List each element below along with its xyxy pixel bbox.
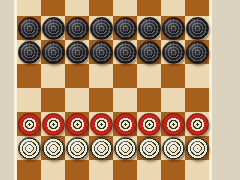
board-square-r5c3[interactable]	[89, 112, 113, 136]
light-piece-red-rim[interactable]	[162, 113, 185, 136]
board-square-r4c0[interactable]	[17, 88, 41, 112]
board-square-r7c1[interactable]	[41, 160, 65, 180]
board-square-r0c1[interactable]	[41, 0, 65, 16]
board-square-r5c1[interactable]	[41, 112, 65, 136]
board-square-r2c4[interactable]	[113, 40, 137, 64]
board-square-r4c7[interactable]	[185, 88, 209, 112]
board-square-r1c0[interactable]	[17, 16, 41, 40]
dark-piece[interactable]	[114, 41, 137, 64]
board-square-r6c7[interactable]	[185, 136, 209, 160]
light-piece[interactable]	[138, 137, 161, 160]
board-square-r1c6[interactable]	[161, 16, 185, 40]
dark-piece[interactable]	[186, 17, 209, 40]
light-piece-red-rim[interactable]	[138, 113, 161, 136]
board-square-r0c7[interactable]	[185, 0, 209, 16]
dark-piece[interactable]	[162, 17, 185, 40]
board-square-r3c0[interactable]	[17, 64, 41, 88]
board-square-r3c2[interactable]	[65, 64, 89, 88]
game-screen	[0, 0, 240, 180]
board-square-r7c4[interactable]	[113, 160, 137, 180]
board-square-r0c0[interactable]	[17, 0, 41, 16]
board-square-r5c7[interactable]	[185, 112, 209, 136]
board-right-edge-line	[209, 0, 212, 180]
board-square-r1c7[interactable]	[185, 16, 209, 40]
board-square-r7c0[interactable]	[17, 160, 41, 180]
board-square-r1c2[interactable]	[65, 16, 89, 40]
board-square-r7c6[interactable]	[161, 160, 185, 180]
board-square-r1c3[interactable]	[89, 16, 113, 40]
board-square-r7c5[interactable]	[137, 160, 161, 180]
dark-piece[interactable]	[90, 41, 113, 64]
board-square-r1c5[interactable]	[137, 16, 161, 40]
dark-piece[interactable]	[114, 17, 137, 40]
board-square-r0c3[interactable]	[89, 0, 113, 16]
board-square-r6c6[interactable]	[161, 136, 185, 160]
board-square-r5c0[interactable]	[17, 112, 41, 136]
dark-piece[interactable]	[90, 17, 113, 40]
board-square-r2c1[interactable]	[41, 40, 65, 64]
dark-piece[interactable]	[186, 41, 209, 64]
board-square-r0c6[interactable]	[161, 0, 185, 16]
board-square-r0c2[interactable]	[65, 0, 89, 16]
board-square-r4c5[interactable]	[137, 88, 161, 112]
dark-piece[interactable]	[42, 41, 65, 64]
board-square-r7c2[interactable]	[65, 160, 89, 180]
board-square-r1c4[interactable]	[113, 16, 137, 40]
board-square-r2c7[interactable]	[185, 40, 209, 64]
board-square-r4c2[interactable]	[65, 88, 89, 112]
board-square-r3c5[interactable]	[137, 64, 161, 88]
light-piece[interactable]	[114, 137, 137, 160]
light-piece[interactable]	[18, 137, 41, 160]
board-square-r3c3[interactable]	[89, 64, 113, 88]
board-square-r6c5[interactable]	[137, 136, 161, 160]
light-piece[interactable]	[66, 137, 89, 160]
light-piece[interactable]	[90, 137, 113, 160]
dark-piece[interactable]	[66, 41, 89, 64]
dark-piece[interactable]	[162, 41, 185, 64]
board-square-r2c5[interactable]	[137, 40, 161, 64]
board-square-r4c3[interactable]	[89, 88, 113, 112]
board-square-r3c4[interactable]	[113, 64, 137, 88]
board-square-r6c2[interactable]	[65, 136, 89, 160]
board-square-r6c0[interactable]	[17, 136, 41, 160]
board-square-r5c6[interactable]	[161, 112, 185, 136]
dark-piece[interactable]	[42, 17, 65, 40]
board-square-r6c1[interactable]	[41, 136, 65, 160]
board-square-r0c4[interactable]	[113, 0, 137, 16]
board-square-r2c0[interactable]	[17, 40, 41, 64]
board-square-r0c5[interactable]	[137, 0, 161, 16]
board-square-r5c5[interactable]	[137, 112, 161, 136]
dark-piece[interactable]	[18, 41, 41, 64]
board-square-r7c7[interactable]	[185, 160, 209, 180]
board-square-r2c3[interactable]	[89, 40, 113, 64]
dark-piece[interactable]	[18, 17, 41, 40]
light-piece-red-rim[interactable]	[66, 113, 89, 136]
light-piece-red-rim[interactable]	[114, 113, 137, 136]
board-square-r7c3[interactable]	[89, 160, 113, 180]
light-piece-red-rim[interactable]	[18, 113, 41, 136]
light-piece[interactable]	[42, 137, 65, 160]
board-square-r3c7[interactable]	[185, 64, 209, 88]
board	[17, 0, 209, 180]
light-piece[interactable]	[162, 137, 185, 160]
board-square-r2c6[interactable]	[161, 40, 185, 64]
light-piece-red-rim[interactable]	[42, 113, 65, 136]
dark-piece[interactable]	[66, 17, 89, 40]
light-piece-red-rim[interactable]	[90, 113, 113, 136]
board-square-r3c1[interactable]	[41, 64, 65, 88]
board-square-r6c3[interactable]	[89, 136, 113, 160]
board-square-r1c1[interactable]	[41, 16, 65, 40]
board-square-r4c1[interactable]	[41, 88, 65, 112]
board-square-r4c4[interactable]	[113, 88, 137, 112]
board-square-r5c2[interactable]	[65, 112, 89, 136]
light-piece[interactable]	[186, 137, 209, 160]
board-square-r2c2[interactable]	[65, 40, 89, 64]
board-square-r6c4[interactable]	[113, 136, 137, 160]
board-square-r5c4[interactable]	[113, 112, 137, 136]
dark-piece[interactable]	[138, 17, 161, 40]
board-square-r3c6[interactable]	[161, 64, 185, 88]
light-piece-red-rim[interactable]	[186, 113, 209, 136]
board-square-r4c6[interactable]	[161, 88, 185, 112]
dark-piece[interactable]	[138, 41, 161, 64]
